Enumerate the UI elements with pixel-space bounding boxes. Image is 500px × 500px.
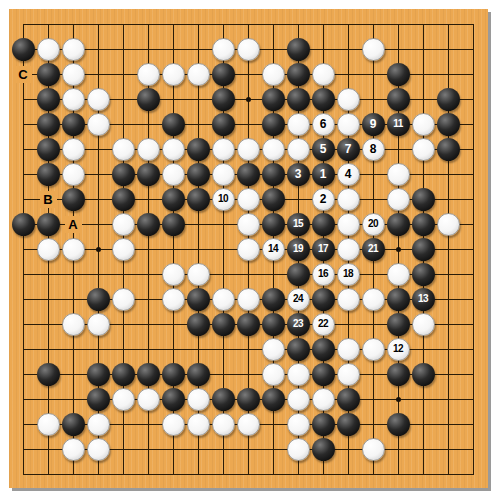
stone-black (262, 88, 285, 111)
stone-white (237, 238, 260, 261)
stone-black (412, 363, 435, 386)
stone-black (212, 313, 235, 336)
stone-black (387, 313, 410, 336)
stone-white (387, 163, 410, 186)
move-number: 10 (218, 194, 228, 204)
stone-black-move-15: 15 (287, 213, 310, 236)
stone-black (387, 288, 410, 311)
stone-black (62, 413, 85, 436)
move-number: 15 (293, 219, 303, 229)
stone-black (162, 188, 185, 211)
move-number: 20 (368, 219, 378, 229)
stone-black (137, 363, 160, 386)
stone-white (87, 413, 110, 436)
stone-white (212, 138, 235, 161)
point-label-A: A (65, 216, 82, 233)
stone-white (162, 63, 185, 86)
stone-black (287, 88, 310, 111)
move-number: 11 (393, 119, 403, 129)
stone-black (187, 163, 210, 186)
stone-white (237, 213, 260, 236)
stone-black-move-13: 13 (412, 288, 435, 311)
stone-black (212, 113, 235, 136)
stone-black (262, 113, 285, 136)
star-point (396, 247, 401, 252)
move-number: 7 (345, 143, 352, 155)
stone-black (387, 88, 410, 111)
stone-black (312, 288, 335, 311)
stone-black (112, 188, 135, 211)
stone-black (212, 63, 235, 86)
stone-white (337, 338, 360, 361)
stone-white-move-14: 14 (262, 238, 285, 261)
stone-black (262, 188, 285, 211)
stone-black-move-23: 23 (287, 313, 310, 336)
stone-black (37, 63, 60, 86)
stone-black (237, 163, 260, 186)
stone-black (312, 413, 335, 436)
stone-white (87, 88, 110, 111)
point-label-C: C (15, 66, 32, 83)
stone-white (162, 138, 185, 161)
stone-white (362, 438, 385, 461)
stone-white (162, 288, 185, 311)
stone-black (437, 113, 460, 136)
stone-black (137, 163, 160, 186)
stone-white (137, 138, 160, 161)
stone-white (87, 113, 110, 136)
stone-white (212, 413, 235, 436)
stone-black (262, 163, 285, 186)
stone-black (437, 138, 460, 161)
stone-white (287, 438, 310, 461)
stone-white (362, 338, 385, 361)
stone-black (112, 363, 135, 386)
move-number: 8 (370, 143, 377, 155)
stone-white (212, 288, 235, 311)
stone-black (262, 313, 285, 336)
stone-white (337, 288, 360, 311)
stone-black (312, 338, 335, 361)
stone-black (187, 138, 210, 161)
stone-black (387, 413, 410, 436)
stone-white (337, 88, 360, 111)
stone-white (62, 138, 85, 161)
stone-white (262, 138, 285, 161)
stone-black (287, 338, 310, 361)
move-number: 13 (418, 294, 428, 304)
point-label-B: B (40, 191, 57, 208)
stone-black (412, 263, 435, 286)
stone-white (187, 263, 210, 286)
stone-black (37, 213, 60, 236)
move-number: 4 (345, 168, 352, 180)
stone-white (337, 213, 360, 236)
stone-black (37, 163, 60, 186)
stone-white (387, 188, 410, 211)
stone-black-move-17: 17 (312, 238, 335, 261)
stone-white (412, 138, 435, 161)
stone-black-move-1: 1 (312, 163, 335, 186)
stone-black-move-7: 7 (337, 138, 360, 161)
stone-white-move-18: 18 (337, 263, 360, 286)
stone-black (62, 188, 85, 211)
star-point (246, 97, 251, 102)
stone-white (162, 263, 185, 286)
stone-black (312, 88, 335, 111)
stone-white-move-24: 24 (287, 288, 310, 311)
stone-white (187, 413, 210, 436)
stone-black (312, 438, 335, 461)
grid-line-horizontal (23, 474, 474, 475)
stone-black (87, 288, 110, 311)
move-number: 17 (318, 244, 328, 254)
move-number: 21 (368, 244, 378, 254)
stone-white (162, 163, 185, 186)
stone-white-move-16: 16 (312, 263, 335, 286)
stone-white (87, 438, 110, 461)
move-number: 24 (293, 294, 303, 304)
move-number: 18 (343, 269, 353, 279)
stone-white (287, 363, 310, 386)
stone-white (112, 288, 135, 311)
move-number: 5 (320, 143, 327, 155)
stone-white-move-12: 12 (387, 338, 410, 361)
stone-black (187, 313, 210, 336)
stone-black (12, 213, 35, 236)
stone-white (312, 63, 335, 86)
stone-white (262, 338, 285, 361)
stone-black (237, 313, 260, 336)
stone-white (37, 413, 60, 436)
go-board[interactable]: 691157831410215201419172116182413232212C… (9, 9, 488, 488)
stone-black (187, 288, 210, 311)
stone-white (187, 388, 210, 411)
stone-white-move-20: 20 (362, 213, 385, 236)
stone-white-move-22: 22 (312, 313, 335, 336)
stone-white (137, 63, 160, 86)
stone-black (37, 113, 60, 136)
stone-white (437, 213, 460, 236)
stone-white (312, 388, 335, 411)
stone-black (37, 88, 60, 111)
stone-white (162, 413, 185, 436)
stone-white (62, 163, 85, 186)
stone-white (287, 388, 310, 411)
stone-black (262, 288, 285, 311)
move-number: 1 (320, 168, 327, 180)
stone-black-move-19: 19 (287, 238, 310, 261)
stone-black-move-3: 3 (287, 163, 310, 186)
stone-white-move-4: 4 (337, 163, 360, 186)
move-number: 19 (293, 244, 303, 254)
stone-black (312, 363, 335, 386)
stone-black (137, 213, 160, 236)
stone-black (12, 38, 35, 61)
stone-black (262, 213, 285, 236)
stone-black (337, 388, 360, 411)
stone-black-move-9: 9 (362, 113, 385, 136)
stone-black (237, 388, 260, 411)
stone-white (37, 238, 60, 261)
stone-black-move-11: 11 (387, 113, 410, 136)
stone-white (362, 288, 385, 311)
stone-black (162, 363, 185, 386)
stone-black (412, 238, 435, 261)
stone-black (412, 213, 435, 236)
stone-white (62, 63, 85, 86)
stone-white (337, 238, 360, 261)
stone-white (337, 188, 360, 211)
stone-white (87, 313, 110, 336)
stone-white (412, 113, 435, 136)
stone-black (87, 388, 110, 411)
move-number: 12 (393, 344, 403, 354)
stone-black (387, 213, 410, 236)
stone-white (287, 138, 310, 161)
stone-white (62, 38, 85, 61)
stone-black (337, 413, 360, 436)
stone-black (312, 213, 335, 236)
stone-black (162, 388, 185, 411)
stone-white (62, 238, 85, 261)
stone-black (412, 188, 435, 211)
stone-white-move-10: 10 (212, 188, 235, 211)
stone-black (437, 88, 460, 111)
stone-white (387, 263, 410, 286)
stone-black (137, 88, 160, 111)
star-point (96, 247, 101, 252)
move-number: 2 (320, 193, 327, 205)
move-number: 3 (295, 168, 302, 180)
stone-black (212, 388, 235, 411)
move-number: 23 (293, 319, 303, 329)
stone-black (287, 63, 310, 86)
stone-white (187, 63, 210, 86)
move-number: 16 (318, 269, 328, 279)
stone-white (62, 438, 85, 461)
stone-white (112, 388, 135, 411)
stone-black (287, 38, 310, 61)
stone-white (112, 238, 135, 261)
page: { "game": "go", "board_size": 19, "descr… (0, 0, 500, 500)
stone-white (237, 288, 260, 311)
move-number: 22 (318, 319, 328, 329)
stone-white (212, 163, 235, 186)
move-number: 14 (268, 244, 278, 254)
stone-white-move-2: 2 (312, 188, 335, 211)
stone-black-move-21: 21 (362, 238, 385, 261)
grid-line-vertical (473, 24, 474, 475)
stone-white-move-8: 8 (362, 138, 385, 161)
stone-white (337, 113, 360, 136)
stone-white (237, 413, 260, 436)
stone-white (412, 313, 435, 336)
stone-white (112, 213, 135, 236)
stone-white (337, 363, 360, 386)
star-point (396, 397, 401, 402)
stone-black (287, 263, 310, 286)
stone-black (162, 113, 185, 136)
stone-white (62, 88, 85, 111)
move-number: 9 (370, 118, 377, 130)
move-number: 6 (320, 118, 327, 130)
stone-black (387, 63, 410, 86)
stone-white (362, 38, 385, 61)
stone-black-move-5: 5 (312, 138, 335, 161)
stone-white (112, 138, 135, 161)
stone-black (87, 363, 110, 386)
stone-black (212, 88, 235, 111)
stone-black (187, 188, 210, 211)
stone-black (187, 363, 210, 386)
stone-black (262, 388, 285, 411)
stone-white (262, 363, 285, 386)
stone-white (237, 138, 260, 161)
stone-white (237, 188, 260, 211)
stone-black (112, 163, 135, 186)
stone-white (237, 38, 260, 61)
stone-white-move-6: 6 (312, 113, 335, 136)
stone-black (37, 363, 60, 386)
stone-white (212, 38, 235, 61)
stone-white (262, 63, 285, 86)
stone-white (62, 313, 85, 336)
stone-white (137, 388, 160, 411)
stone-black (162, 213, 185, 236)
stone-white (287, 413, 310, 436)
stone-white (37, 38, 60, 61)
stone-white (287, 113, 310, 136)
stone-black (387, 363, 410, 386)
stone-black (37, 138, 60, 161)
stone-black (62, 113, 85, 136)
